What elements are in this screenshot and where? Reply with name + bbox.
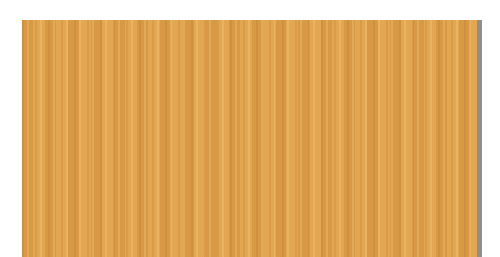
go-app-screenshot — [0, 0, 500, 257]
board-shadow-strip — [477, 20, 482, 257]
intersection-grid — [20, 19, 474, 257]
go-board[interactable] — [22, 20, 477, 257]
